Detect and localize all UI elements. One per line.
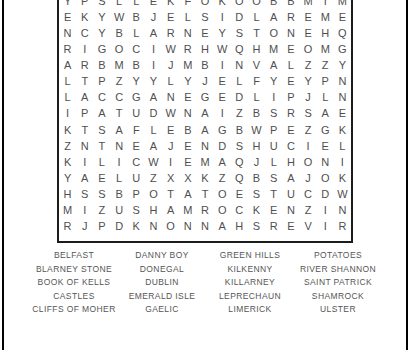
grid-cell[interactable]: L bbox=[248, 9, 265, 25]
grid-cell[interactable]: Q bbox=[231, 41, 248, 57]
grid-cell[interactable]: H bbox=[282, 154, 299, 170]
grid-cell[interactable]: O bbox=[317, 170, 334, 186]
grid-cell[interactable]: L bbox=[59, 74, 76, 90]
grid-cell[interactable]: Z bbox=[93, 203, 110, 219]
grid-cell[interactable]: N bbox=[231, 58, 248, 74]
grid-cell[interactable]: I bbox=[214, 106, 231, 122]
grid-cell[interactable]: K bbox=[196, 170, 213, 186]
grid-cell[interactable]: I bbox=[111, 154, 128, 170]
word-list-item: KILLARNEY bbox=[206, 276, 294, 290]
grid-cell[interactable]: N bbox=[196, 219, 213, 235]
grid-cell[interactable]: E bbox=[231, 187, 248, 203]
grid-cell[interactable]: A bbox=[59, 58, 76, 74]
grid-cell[interactable]: Y bbox=[59, 170, 76, 186]
grid-cell[interactable]: T bbox=[248, 25, 265, 41]
grid-cell[interactable]: U bbox=[282, 187, 299, 203]
grid-cell[interactable]: G bbox=[214, 122, 231, 138]
grid-cell[interactable]: R bbox=[59, 41, 76, 57]
grid-cell[interactable]: Q bbox=[231, 154, 248, 170]
grid-cell[interactable]: L bbox=[145, 122, 162, 138]
grid-cell[interactable]: O bbox=[265, 25, 282, 41]
grid-cell[interactable]: S bbox=[93, 122, 110, 138]
grid-cell[interactable]: P bbox=[128, 187, 145, 203]
word-list-item: SHAMROCK bbox=[294, 290, 382, 304]
grid-cell[interactable]: E bbox=[162, 9, 179, 25]
grid-cell[interactable]: O bbox=[231, 0, 248, 9]
grid-cell[interactable]: I bbox=[317, 0, 334, 9]
word-list-item: GAELIC bbox=[118, 303, 206, 317]
grid-cell[interactable]: Y bbox=[334, 58, 351, 74]
grid-cell[interactable]: N bbox=[145, 219, 162, 235]
grid-cell[interactable]: A bbox=[196, 106, 213, 122]
grid-cell[interactable]: G bbox=[317, 122, 334, 138]
grid-cell[interactable]: B bbox=[111, 187, 128, 203]
grid-cell[interactable]: Z bbox=[214, 170, 231, 186]
grid-cell[interactable]: R bbox=[334, 219, 351, 235]
grid-cell[interactable]: E bbox=[282, 219, 299, 235]
grid-cell[interactable]: P bbox=[265, 122, 282, 138]
grid-cell[interactable]: B bbox=[128, 58, 145, 74]
grid-cell[interactable]: I bbox=[76, 41, 93, 57]
grid-cell[interactable]: D bbox=[317, 187, 334, 203]
grid-cell[interactable]: S bbox=[93, 0, 110, 9]
grid-cell[interactable]: N bbox=[282, 203, 299, 219]
grid-cell[interactable]: E bbox=[179, 138, 196, 154]
word-list-column: GREEN HILLSKILKENNYKILLARNEYLEPRECHAUNLI… bbox=[206, 249, 294, 317]
grid-cell[interactable]: N bbox=[317, 154, 334, 170]
word-list-item: LIMERICK bbox=[206, 303, 294, 317]
grid-cell[interactable]: H bbox=[196, 41, 213, 57]
grid-cell[interactable]: Y bbox=[128, 74, 145, 90]
grid-cell[interactable]: U bbox=[265, 138, 282, 154]
grid-cell[interactable]: P bbox=[317, 74, 334, 90]
grid-cell[interactable]: I bbox=[214, 58, 231, 74]
grid-cell[interactable]: N bbox=[334, 74, 351, 90]
grid-cell[interactable]: Y bbox=[179, 74, 196, 90]
grid-cell[interactable]: E bbox=[179, 154, 196, 170]
grid-cell[interactable]: B bbox=[128, 9, 145, 25]
grid-cell[interactable]: Y bbox=[93, 25, 110, 41]
grid-cell[interactable]: S bbox=[248, 187, 265, 203]
grid-cell[interactable]: J bbox=[162, 138, 179, 154]
word-list-column: POTATOESRIVER SHANNONSAINT PATRICKSHAMRO… bbox=[294, 249, 382, 317]
grid-cell[interactable]: R bbox=[162, 25, 179, 41]
grid-cell[interactable]: V bbox=[248, 58, 265, 74]
grid-cell[interactable]: L bbox=[282, 58, 299, 74]
grid-cell[interactable]: Z bbox=[299, 58, 316, 74]
grid-cell[interactable]: J bbox=[299, 170, 316, 186]
grid-cell[interactable]: J bbox=[196, 74, 213, 90]
grid-cell[interactable]: S bbox=[76, 187, 93, 203]
grid-cell[interactable]: Z bbox=[59, 138, 76, 154]
grid-cell[interactable]: P bbox=[76, 0, 93, 9]
grid-cell[interactable]: M bbox=[317, 41, 334, 57]
grid-cell[interactable]: D bbox=[231, 90, 248, 106]
grid-cell[interactable]: N bbox=[179, 219, 196, 235]
grid-cell[interactable]: N bbox=[196, 138, 213, 154]
word-list-item: BELFAST bbox=[30, 249, 118, 263]
grid-cell[interactable]: E bbox=[334, 106, 351, 122]
grid-cell[interactable]: T bbox=[196, 187, 213, 203]
grid-cell[interactable]: N bbox=[334, 203, 351, 219]
grid-cell[interactable]: H bbox=[145, 203, 162, 219]
grid-cell[interactable]: J bbox=[162, 58, 179, 74]
grid-cell[interactable]: E bbox=[334, 9, 351, 25]
grid-cell[interactable]: L bbox=[248, 90, 265, 106]
grid-cell[interactable]: D bbox=[111, 219, 128, 235]
grid-cell[interactable]: T bbox=[76, 122, 93, 138]
grid-cell[interactable]: U bbox=[128, 170, 145, 186]
word-list-column: DANNY BOYDONEGALDUBLINEMERALD ISLEGAELIC bbox=[118, 249, 206, 317]
grid-cell[interactable]: M bbox=[179, 58, 196, 74]
grid-cell[interactable]: O bbox=[145, 187, 162, 203]
word-list-item: POTATOES bbox=[294, 249, 382, 263]
grid-cell[interactable]: K bbox=[128, 219, 145, 235]
grid-cell[interactable]: L bbox=[111, 0, 128, 9]
grid-cell[interactable]: C bbox=[76, 25, 93, 41]
grid-cell[interactable]: W bbox=[111, 9, 128, 25]
grid-cell[interactable]: E bbox=[93, 170, 110, 186]
grid-cell[interactable]: E bbox=[214, 74, 231, 90]
grid-cell[interactable]: Z bbox=[299, 203, 316, 219]
grid-cell[interactable]: E bbox=[265, 203, 282, 219]
grid-cell[interactable]: B bbox=[248, 106, 265, 122]
grid-cell[interactable]: Y bbox=[299, 74, 316, 90]
grid-cell[interactable]: M bbox=[265, 41, 282, 57]
grid-cell[interactable]: S bbox=[196, 9, 213, 25]
grid-cell[interactable]: W bbox=[162, 106, 179, 122]
grid-cell[interactable]: M bbox=[299, 0, 316, 9]
word-list-item: GREEN HILLS bbox=[206, 249, 294, 263]
word-search-grid: YPSLLEKFOKOOBBMIMEKYWBJELSIDLAREMENCYBLA… bbox=[57, 0, 353, 243]
grid-cell[interactable]: L bbox=[128, 25, 145, 41]
grid-cell[interactable]: Z bbox=[111, 74, 128, 90]
grid-cell[interactable]: D bbox=[145, 106, 162, 122]
grid-cell[interactable]: L bbox=[128, 0, 145, 9]
grid-cell[interactable]: E bbox=[317, 138, 334, 154]
grid-cell[interactable]: O bbox=[214, 187, 231, 203]
grid-cell[interactable]: B bbox=[93, 58, 110, 74]
grid-cell[interactable]: H bbox=[231, 219, 248, 235]
grid-cell[interactable]: M bbox=[196, 154, 213, 170]
grid-cell[interactable]: A bbox=[76, 90, 93, 106]
grid-cell[interactable]: S bbox=[299, 106, 316, 122]
grid-cell[interactable]: I bbox=[76, 203, 93, 219]
word-list-item: DANNY BOY bbox=[118, 249, 206, 263]
grid-cell[interactable]: J bbox=[145, 9, 162, 25]
grid-cell[interactable]: N bbox=[282, 25, 299, 41]
grid-cell[interactable]: Y bbox=[214, 25, 231, 41]
grid-cell[interactable]: A bbox=[93, 106, 110, 122]
grid-cell[interactable]: G bbox=[196, 90, 213, 106]
grid-cell[interactable]: C bbox=[282, 138, 299, 154]
grid-cell[interactable]: I bbox=[334, 154, 351, 170]
grid-cell[interactable]: A bbox=[145, 25, 162, 41]
grid-cell[interactable]: B bbox=[282, 0, 299, 9]
grid-cell[interactable]: X bbox=[162, 170, 179, 186]
grid-cell[interactable]: S bbox=[231, 25, 248, 41]
grid-cell[interactable]: K bbox=[76, 9, 93, 25]
grid-cell[interactable]: A bbox=[145, 138, 162, 154]
grid-cell[interactable]: W bbox=[214, 41, 231, 57]
grid-cell[interactable]: Z bbox=[145, 170, 162, 186]
grid-cell[interactable]: R bbox=[179, 41, 196, 57]
grid-cell[interactable]: B bbox=[248, 170, 265, 186]
grid-cell[interactable]: O bbox=[214, 203, 231, 219]
grid-cell[interactable]: E bbox=[128, 138, 145, 154]
word-list-item: CASTLES bbox=[30, 290, 118, 304]
grid-cell[interactable]: I bbox=[145, 58, 162, 74]
grid-cell[interactable]: I bbox=[59, 106, 76, 122]
grid-cell[interactable]: A bbox=[214, 219, 231, 235]
grid-cell[interactable]: E bbox=[282, 74, 299, 90]
grid-cell[interactable]: K bbox=[162, 0, 179, 9]
grid-cell[interactable]: I bbox=[214, 9, 231, 25]
grid-cell[interactable]: N bbox=[111, 138, 128, 154]
grid-cell[interactable]: T bbox=[162, 187, 179, 203]
grid-cell[interactable]: O bbox=[162, 219, 179, 235]
grid-cell[interactable]: Y bbox=[59, 0, 76, 9]
grid-cell[interactable]: B bbox=[265, 0, 282, 9]
grid-cell[interactable]: A bbox=[111, 122, 128, 138]
grid-cell[interactable]: I bbox=[145, 41, 162, 57]
grid-cell[interactable]: O bbox=[299, 41, 316, 57]
word-list-item: ULSTER bbox=[294, 303, 382, 317]
word-list-item: KILKENNY bbox=[206, 263, 294, 277]
grid-cell[interactable]: L bbox=[334, 138, 351, 154]
grid-cell[interactable]: S bbox=[265, 106, 282, 122]
grid-cell[interactable]: F bbox=[179, 0, 196, 9]
grid-cell[interactable]: L bbox=[111, 170, 128, 186]
grid-cell[interactable]: C bbox=[111, 90, 128, 106]
grid-cell[interactable]: M bbox=[111, 58, 128, 74]
grid-cell[interactable]: N bbox=[59, 25, 76, 41]
word-list-item: DONEGAL bbox=[118, 263, 206, 277]
grid-cell[interactable]: N bbox=[179, 25, 196, 41]
grid-cell[interactable]: T bbox=[265, 187, 282, 203]
grid-cell[interactable]: A bbox=[76, 170, 93, 186]
grid-cell[interactable]: E bbox=[214, 90, 231, 106]
grid-cell[interactable]: A bbox=[265, 9, 282, 25]
grid-cell[interactable]: G bbox=[334, 41, 351, 57]
grid-cell[interactable]: A bbox=[179, 187, 196, 203]
grid-cell[interactable]: E bbox=[179, 90, 196, 106]
grid-cell[interactable]: N bbox=[334, 90, 351, 106]
grid-cell[interactable]: B bbox=[231, 122, 248, 138]
grid-cell[interactable]: P bbox=[76, 106, 93, 122]
grid-cell[interactable]: N bbox=[76, 138, 93, 154]
grid-cell[interactable]: Y bbox=[93, 9, 110, 25]
grid-cell[interactable]: E bbox=[282, 122, 299, 138]
grid-cell[interactable]: C bbox=[93, 90, 110, 106]
grid-cell[interactable]: D bbox=[214, 138, 231, 154]
grid-cell[interactable]: Z bbox=[317, 58, 334, 74]
grid-cell[interactable]: K bbox=[334, 170, 351, 186]
grid-cell[interactable]: L bbox=[317, 90, 334, 106]
grid-cell[interactable]: K bbox=[248, 203, 265, 219]
grid-cell[interactable]: M bbox=[334, 0, 351, 9]
grid-cell[interactable]: E bbox=[145, 0, 162, 9]
grid-cell[interactable]: H bbox=[59, 187, 76, 203]
grid-cell[interactable]: I bbox=[76, 154, 93, 170]
grid-cell[interactable]: C bbox=[299, 187, 316, 203]
grid-cell[interactable]: V bbox=[299, 219, 316, 235]
word-list-item: LEPRECHAUN bbox=[206, 290, 294, 304]
grid-cell[interactable]: O bbox=[299, 154, 316, 170]
grid-cell[interactable]: L bbox=[179, 9, 196, 25]
grid-cell[interactable]: C bbox=[128, 154, 145, 170]
grid-cell[interactable]: E bbox=[162, 122, 179, 138]
grid-cell[interactable]: E bbox=[59, 9, 76, 25]
grid-cell[interactable]: H bbox=[317, 25, 334, 41]
grid-cell[interactable]: R bbox=[59, 219, 76, 235]
grid-cell[interactable]: A bbox=[196, 122, 213, 138]
grid-cell[interactable]: J bbox=[299, 90, 316, 106]
grid-cell[interactable]: P bbox=[282, 90, 299, 106]
grid-cell[interactable]: W bbox=[334, 187, 351, 203]
grid-cell[interactable]: G bbox=[128, 90, 145, 106]
grid-cell[interactable]: U bbox=[111, 203, 128, 219]
grid-cell[interactable]: P bbox=[93, 74, 110, 90]
page-border-left bbox=[2, 0, 4, 350]
grid-cell[interactable]: A bbox=[282, 170, 299, 186]
grid-cell[interactable]: L bbox=[162, 74, 179, 90]
grid-cell[interactable]: F bbox=[128, 122, 145, 138]
grid-cell[interactable]: T bbox=[111, 106, 128, 122]
grid-cell[interactable]: I bbox=[162, 154, 179, 170]
grid-cell[interactable]: I bbox=[265, 90, 282, 106]
grid-cell[interactable]: O bbox=[248, 0, 265, 9]
grid-cell[interactable]: A bbox=[214, 154, 231, 170]
grid-cell[interactable]: T bbox=[93, 138, 110, 154]
grid-cell[interactable]: Q bbox=[334, 25, 351, 41]
grid-cell[interactable]: A bbox=[162, 203, 179, 219]
grid-cell[interactable]: K bbox=[214, 0, 231, 9]
grid-cell[interactable]: N bbox=[179, 106, 196, 122]
grid-cell[interactable]: B bbox=[179, 122, 196, 138]
grid-cell[interactable]: Z bbox=[231, 106, 248, 122]
grid-cell[interactable]: E bbox=[299, 9, 316, 25]
grid-cell[interactable]: C bbox=[231, 203, 248, 219]
grid-cell[interactable]: E bbox=[282, 41, 299, 57]
grid-cell[interactable]: R bbox=[196, 203, 213, 219]
grid-cell[interactable]: U bbox=[128, 106, 145, 122]
grid-cell[interactable]: C bbox=[128, 41, 145, 57]
grid-cell[interactable]: X bbox=[179, 170, 196, 186]
grid-cell[interactable]: B bbox=[196, 58, 213, 74]
grid-cell[interactable]: H bbox=[248, 41, 265, 57]
word-list-item: BLARNEY STONE bbox=[30, 263, 118, 277]
grid-cell[interactable]: F bbox=[248, 74, 265, 90]
grid-cell[interactable]: G bbox=[93, 41, 110, 57]
grid-cell[interactable]: E bbox=[196, 25, 213, 41]
grid-cell[interactable]: R bbox=[282, 9, 299, 25]
grid-cell[interactable]: N bbox=[162, 90, 179, 106]
grid-cell[interactable]: O bbox=[111, 41, 128, 57]
grid-cell[interactable]: W bbox=[248, 122, 265, 138]
grid-cell[interactable]: K bbox=[334, 122, 351, 138]
word-list-item: SAINT PATRICK bbox=[294, 276, 382, 290]
word-list-item: BOOK OF KELLS bbox=[30, 276, 118, 290]
grid-cell[interactable]: A bbox=[145, 90, 162, 106]
grid-cell[interactable]: I bbox=[317, 219, 334, 235]
word-list-item: EMERALD ISLE bbox=[118, 290, 206, 304]
grid-cell[interactable]: S bbox=[128, 203, 145, 219]
grid-cell[interactable]: P bbox=[93, 219, 110, 235]
grid-cell[interactable]: S bbox=[248, 219, 265, 235]
grid-cell[interactable]: B bbox=[111, 25, 128, 41]
grid-cell[interactable]: O bbox=[196, 0, 213, 9]
grid-cell[interactable]: H bbox=[248, 138, 265, 154]
grid-cell[interactable]: R bbox=[265, 219, 282, 235]
grid-cell[interactable]: K bbox=[59, 154, 76, 170]
grid-cell[interactable]: S bbox=[265, 170, 282, 186]
grid-cell[interactable]: L bbox=[265, 154, 282, 170]
grid-cell[interactable]: Z bbox=[299, 122, 316, 138]
grid-cell[interactable]: J bbox=[76, 219, 93, 235]
grid-cell[interactable]: T bbox=[76, 74, 93, 90]
grid-cell[interactable]: M bbox=[59, 203, 76, 219]
grid-cell[interactable]: D bbox=[231, 9, 248, 25]
grid-cell[interactable]: Y bbox=[265, 74, 282, 90]
word-list: BELFASTBLARNEY STONEBOOK OF KELLSCASTLES… bbox=[30, 249, 382, 317]
grid-cell[interactable]: R bbox=[76, 58, 93, 74]
grid-cell[interactable]: S bbox=[231, 138, 248, 154]
grid-cell[interactable]: A bbox=[265, 58, 282, 74]
grid-cell[interactable]: M bbox=[317, 9, 334, 25]
grid-cell[interactable]: I bbox=[317, 203, 334, 219]
grid-cell[interactable]: I bbox=[299, 138, 316, 154]
grid-cell[interactable]: M bbox=[179, 203, 196, 219]
grid-cell[interactable]: E bbox=[299, 25, 316, 41]
page-border-right bbox=[406, 0, 408, 350]
grid-cell[interactable]: R bbox=[282, 106, 299, 122]
grid-cell[interactable]: J bbox=[248, 154, 265, 170]
grid-cell[interactable]: A bbox=[317, 106, 334, 122]
word-list-item: DUBLIN bbox=[118, 276, 206, 290]
grid-cell[interactable]: K bbox=[59, 122, 76, 138]
grid-cell[interactable]: L bbox=[93, 154, 110, 170]
grid-cell[interactable]: W bbox=[162, 41, 179, 57]
word-list-column: BELFASTBLARNEY STONEBOOK OF KELLSCASTLES… bbox=[30, 249, 118, 317]
grid-cell[interactable]: S bbox=[93, 187, 110, 203]
grid-cell[interactable]: L bbox=[231, 74, 248, 90]
word-list-item: RIVER SHANNON bbox=[294, 263, 382, 277]
grid-cell[interactable]: Y bbox=[145, 74, 162, 90]
grid-cell[interactable]: Q bbox=[231, 170, 248, 186]
word-list-item: CLIFFS OF MOHER bbox=[30, 303, 118, 317]
grid-cell[interactable]: W bbox=[145, 154, 162, 170]
grid-cell[interactable]: L bbox=[59, 90, 76, 106]
